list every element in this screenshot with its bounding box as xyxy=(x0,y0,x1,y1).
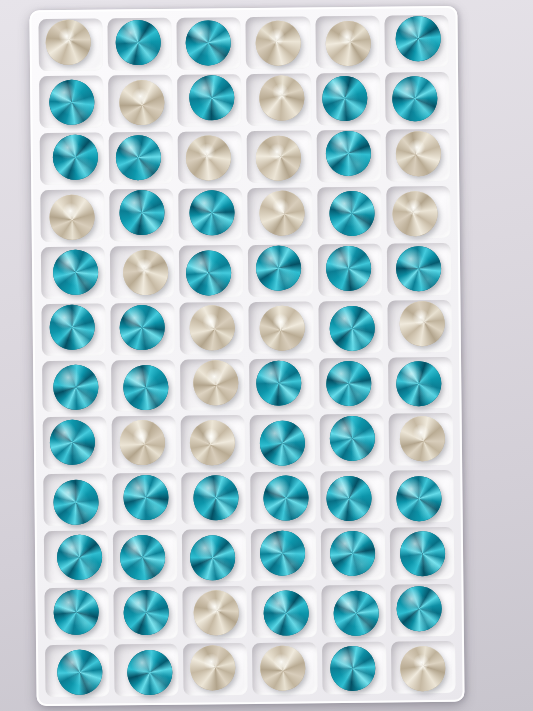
tray-cell-r11c3[interactable] xyxy=(183,586,248,639)
tray-cell-r4c1[interactable] xyxy=(40,189,105,242)
tray-cell-r7c4[interactable] xyxy=(250,358,315,411)
crystal-face-up[interactable] xyxy=(49,419,94,464)
crystal-face-up[interactable] xyxy=(190,535,235,580)
crystal-face-up[interactable] xyxy=(120,535,165,580)
tray-cell-r1c3[interactable] xyxy=(177,17,242,70)
crystal-face-up[interactable] xyxy=(322,76,367,121)
crystal-face-down[interactable] xyxy=(189,305,234,350)
crystal-face-up[interactable] xyxy=(53,365,98,410)
crystal-face-down[interactable] xyxy=(260,645,305,690)
crystal-face-down[interactable] xyxy=(393,191,438,236)
tray-cell-r11c5[interactable] xyxy=(321,585,386,638)
crystal-face-up[interactable] xyxy=(49,305,94,350)
crystal-face-down[interactable] xyxy=(123,250,168,295)
tray-cell-r12c3[interactable] xyxy=(183,643,248,696)
crystal-face-up[interactable] xyxy=(115,135,160,180)
tray-cell-r12c1[interactable] xyxy=(45,645,110,698)
crystal-face-down[interactable] xyxy=(190,420,235,465)
crystal-face-up[interactable] xyxy=(330,191,375,236)
tray-cell-r8c3[interactable] xyxy=(181,415,246,468)
crystal-face-up[interactable] xyxy=(326,131,371,176)
crystal-face-up[interactable] xyxy=(56,534,101,579)
tray-cell-r11c6[interactable] xyxy=(390,584,455,637)
tray-cell-r1c5[interactable] xyxy=(315,16,380,69)
crystal-face-up[interactable] xyxy=(260,530,305,575)
crystal-face-up[interactable] xyxy=(193,475,238,520)
tray-cell-r10c4[interactable] xyxy=(251,529,316,582)
crystal-face-down[interactable] xyxy=(400,416,445,461)
crystal-face-up[interactable] xyxy=(330,306,375,351)
crystal-face-up[interactable] xyxy=(115,20,160,65)
crystal-face-up[interactable] xyxy=(330,645,375,690)
crystal-face-up[interactable] xyxy=(326,246,371,291)
photo-background xyxy=(0,0,533,711)
crystal-face-up[interactable] xyxy=(189,190,234,235)
tray-cell-r10c6[interactable] xyxy=(390,527,455,580)
tray-cell-r12c2[interactable] xyxy=(114,644,179,697)
crystal-face-up[interactable] xyxy=(392,76,437,121)
crystal-face-up[interactable] xyxy=(52,135,97,180)
crystal-face-up[interactable] xyxy=(326,361,371,406)
crystal-face-up[interactable] xyxy=(256,360,301,405)
crystal-face-up[interactable] xyxy=(53,589,98,634)
crystal-face-up[interactable] xyxy=(396,246,441,291)
tray-cell-r2c6[interactable] xyxy=(385,72,450,125)
tray-cell-r5c4[interactable] xyxy=(248,244,313,297)
crystal-face-down[interactable] xyxy=(396,131,441,176)
tray-cell-r9c6[interactable] xyxy=(389,470,454,523)
crystal-face-down[interactable] xyxy=(193,360,238,405)
crystal-face-up[interactable] xyxy=(119,190,164,235)
tray-cell-r6c2[interactable] xyxy=(111,302,176,355)
tray-cell-r7c5[interactable] xyxy=(319,357,384,410)
crystal-face-up[interactable] xyxy=(264,590,309,635)
crystal-face-up[interactable] xyxy=(397,586,442,631)
crystal-face-down[interactable] xyxy=(119,80,164,125)
tray-cell-r3c2[interactable] xyxy=(109,132,174,185)
tray-cell-r8c2[interactable] xyxy=(112,416,177,469)
tray-cell-r12c4[interactable] xyxy=(252,642,317,695)
tray-cell-r9c5[interactable] xyxy=(320,471,385,524)
tray-cell-r1c2[interactable] xyxy=(108,18,173,71)
tray-cell-r3c1[interactable] xyxy=(40,132,105,185)
crystal-face-up[interactable] xyxy=(49,80,94,125)
tray-cell-r12c5[interactable] xyxy=(322,642,387,695)
tray-cell-r10c2[interactable] xyxy=(113,530,178,583)
crystal-face-down[interactable] xyxy=(259,76,304,121)
tray-cell-r5c6[interactable] xyxy=(387,243,452,296)
crystal-face-up[interactable] xyxy=(397,476,442,521)
crystal-face-up[interactable] xyxy=(396,16,441,61)
crystal-face-down[interactable] xyxy=(259,191,304,236)
crystal-face-up[interactable] xyxy=(123,365,168,410)
crystal-face-down[interactable] xyxy=(193,590,238,635)
tray-cell-r9c1[interactable] xyxy=(43,474,108,527)
crystal-face-down[interactable] xyxy=(400,301,445,346)
tray-cell-r8c6[interactable] xyxy=(388,413,453,466)
tray-cell-r2c1[interactable] xyxy=(39,75,104,128)
tray-cell-r2c4[interactable] xyxy=(247,73,312,126)
tray-cell-r6c1[interactable] xyxy=(41,303,106,356)
tray-cell-r4c3[interactable] xyxy=(179,188,244,241)
tray-cell-r4c6[interactable] xyxy=(386,186,451,239)
crystal-face-up[interactable] xyxy=(185,21,230,66)
crystal-face-up[interactable] xyxy=(123,589,168,634)
crystal-face-up[interactable] xyxy=(52,250,97,295)
crystal-face-up[interactable] xyxy=(326,475,371,520)
crystal-face-up[interactable] xyxy=(263,475,308,520)
tray-cell-r3c5[interactable] xyxy=(316,129,381,182)
tray-cell-r3c4[interactable] xyxy=(247,130,312,183)
crystal-face-up[interactable] xyxy=(127,649,172,694)
tray-cell-r11c2[interactable] xyxy=(114,587,179,640)
crystal-face-down[interactable] xyxy=(256,21,301,66)
crystal-face-up[interactable] xyxy=(260,420,305,465)
tray-cell-r1c6[interactable] xyxy=(384,15,449,68)
tray-cell-r8c5[interactable] xyxy=(319,414,384,467)
tray-cell-r10c3[interactable] xyxy=(182,529,247,582)
tray-cell-r2c3[interactable] xyxy=(177,74,242,127)
tray-cell-r7c1[interactable] xyxy=(42,360,107,413)
tray-cell-r2c2[interactable] xyxy=(108,75,173,128)
crystal-face-up[interactable] xyxy=(256,246,301,291)
crystal-face-up[interactable] xyxy=(330,416,375,461)
tray-cell-r4c4[interactable] xyxy=(248,187,313,240)
tray-cell-r7c3[interactable] xyxy=(180,359,245,412)
tray-grid xyxy=(29,6,464,706)
tray-cell-r4c5[interactable] xyxy=(317,186,382,239)
tray-cell-r11c1[interactable] xyxy=(44,588,109,641)
tray-cell-r6c4[interactable] xyxy=(249,301,314,354)
tray-cell-r3c3[interactable] xyxy=(178,131,243,184)
crystal-face-down[interactable] xyxy=(186,135,231,180)
tray-cell-r9c2[interactable] xyxy=(112,473,177,526)
tray-cell-r10c1[interactable] xyxy=(44,531,109,584)
tray-cell-r11c4[interactable] xyxy=(252,585,317,638)
tray-cell-r9c4[interactable] xyxy=(251,472,316,525)
tray-cell-r7c6[interactable] xyxy=(388,356,453,409)
crystal-face-down[interactable] xyxy=(190,645,235,690)
tray-cell-r12c6[interactable] xyxy=(391,641,456,694)
tray-cell-r3c6[interactable] xyxy=(385,129,450,182)
crystal-face-down[interactable] xyxy=(45,20,90,65)
tray-cell-r6c3[interactable] xyxy=(180,302,245,355)
tray-cell-r5c2[interactable] xyxy=(110,245,175,298)
crystal-face-down[interactable] xyxy=(49,195,94,240)
tray-cell-r6c5[interactable] xyxy=(318,300,383,353)
crystal-face-up[interactable] xyxy=(186,250,231,295)
crystal-face-up[interactable] xyxy=(119,305,164,350)
crystal-face-up[interactable] xyxy=(57,649,102,694)
tray-cell-r7c2[interactable] xyxy=(111,359,176,412)
tray-cell-r9c3[interactable] xyxy=(182,472,247,525)
crystal-face-up[interactable] xyxy=(53,479,98,524)
crystal-face-up[interactable] xyxy=(396,361,441,406)
tray-cell-r5c3[interactable] xyxy=(179,245,244,298)
tray-cell-r1c4[interactable] xyxy=(246,16,311,69)
tray-cell-r6c6[interactable] xyxy=(387,299,452,352)
tray-cell-r5c1[interactable] xyxy=(41,246,106,299)
tray-cell-r10c5[interactable] xyxy=(320,528,385,581)
tray-cell-r8c4[interactable] xyxy=(250,415,315,468)
tray-cell-r4c2[interactable] xyxy=(109,189,174,242)
tray-cell-r5c5[interactable] xyxy=(317,243,382,296)
crystal-face-down[interactable] xyxy=(260,305,305,350)
crystal-face-up[interactable] xyxy=(189,75,234,120)
crystal-face-up[interactable] xyxy=(330,530,375,575)
tray-cell-r8c1[interactable] xyxy=(43,417,108,470)
crystal-face-down[interactable] xyxy=(119,420,164,465)
crystal-face-up[interactable] xyxy=(334,590,379,635)
crystal-face-up[interactable] xyxy=(123,475,168,520)
crystal-face-down[interactable] xyxy=(256,136,301,181)
crystal-face-down[interactable] xyxy=(400,645,445,690)
crystal-face-up[interactable] xyxy=(400,531,445,576)
tray-cell-r1c1[interactable] xyxy=(38,18,103,71)
tray-cell-r2c5[interactable] xyxy=(316,72,381,125)
crystal-face-down[interactable] xyxy=(326,21,371,66)
